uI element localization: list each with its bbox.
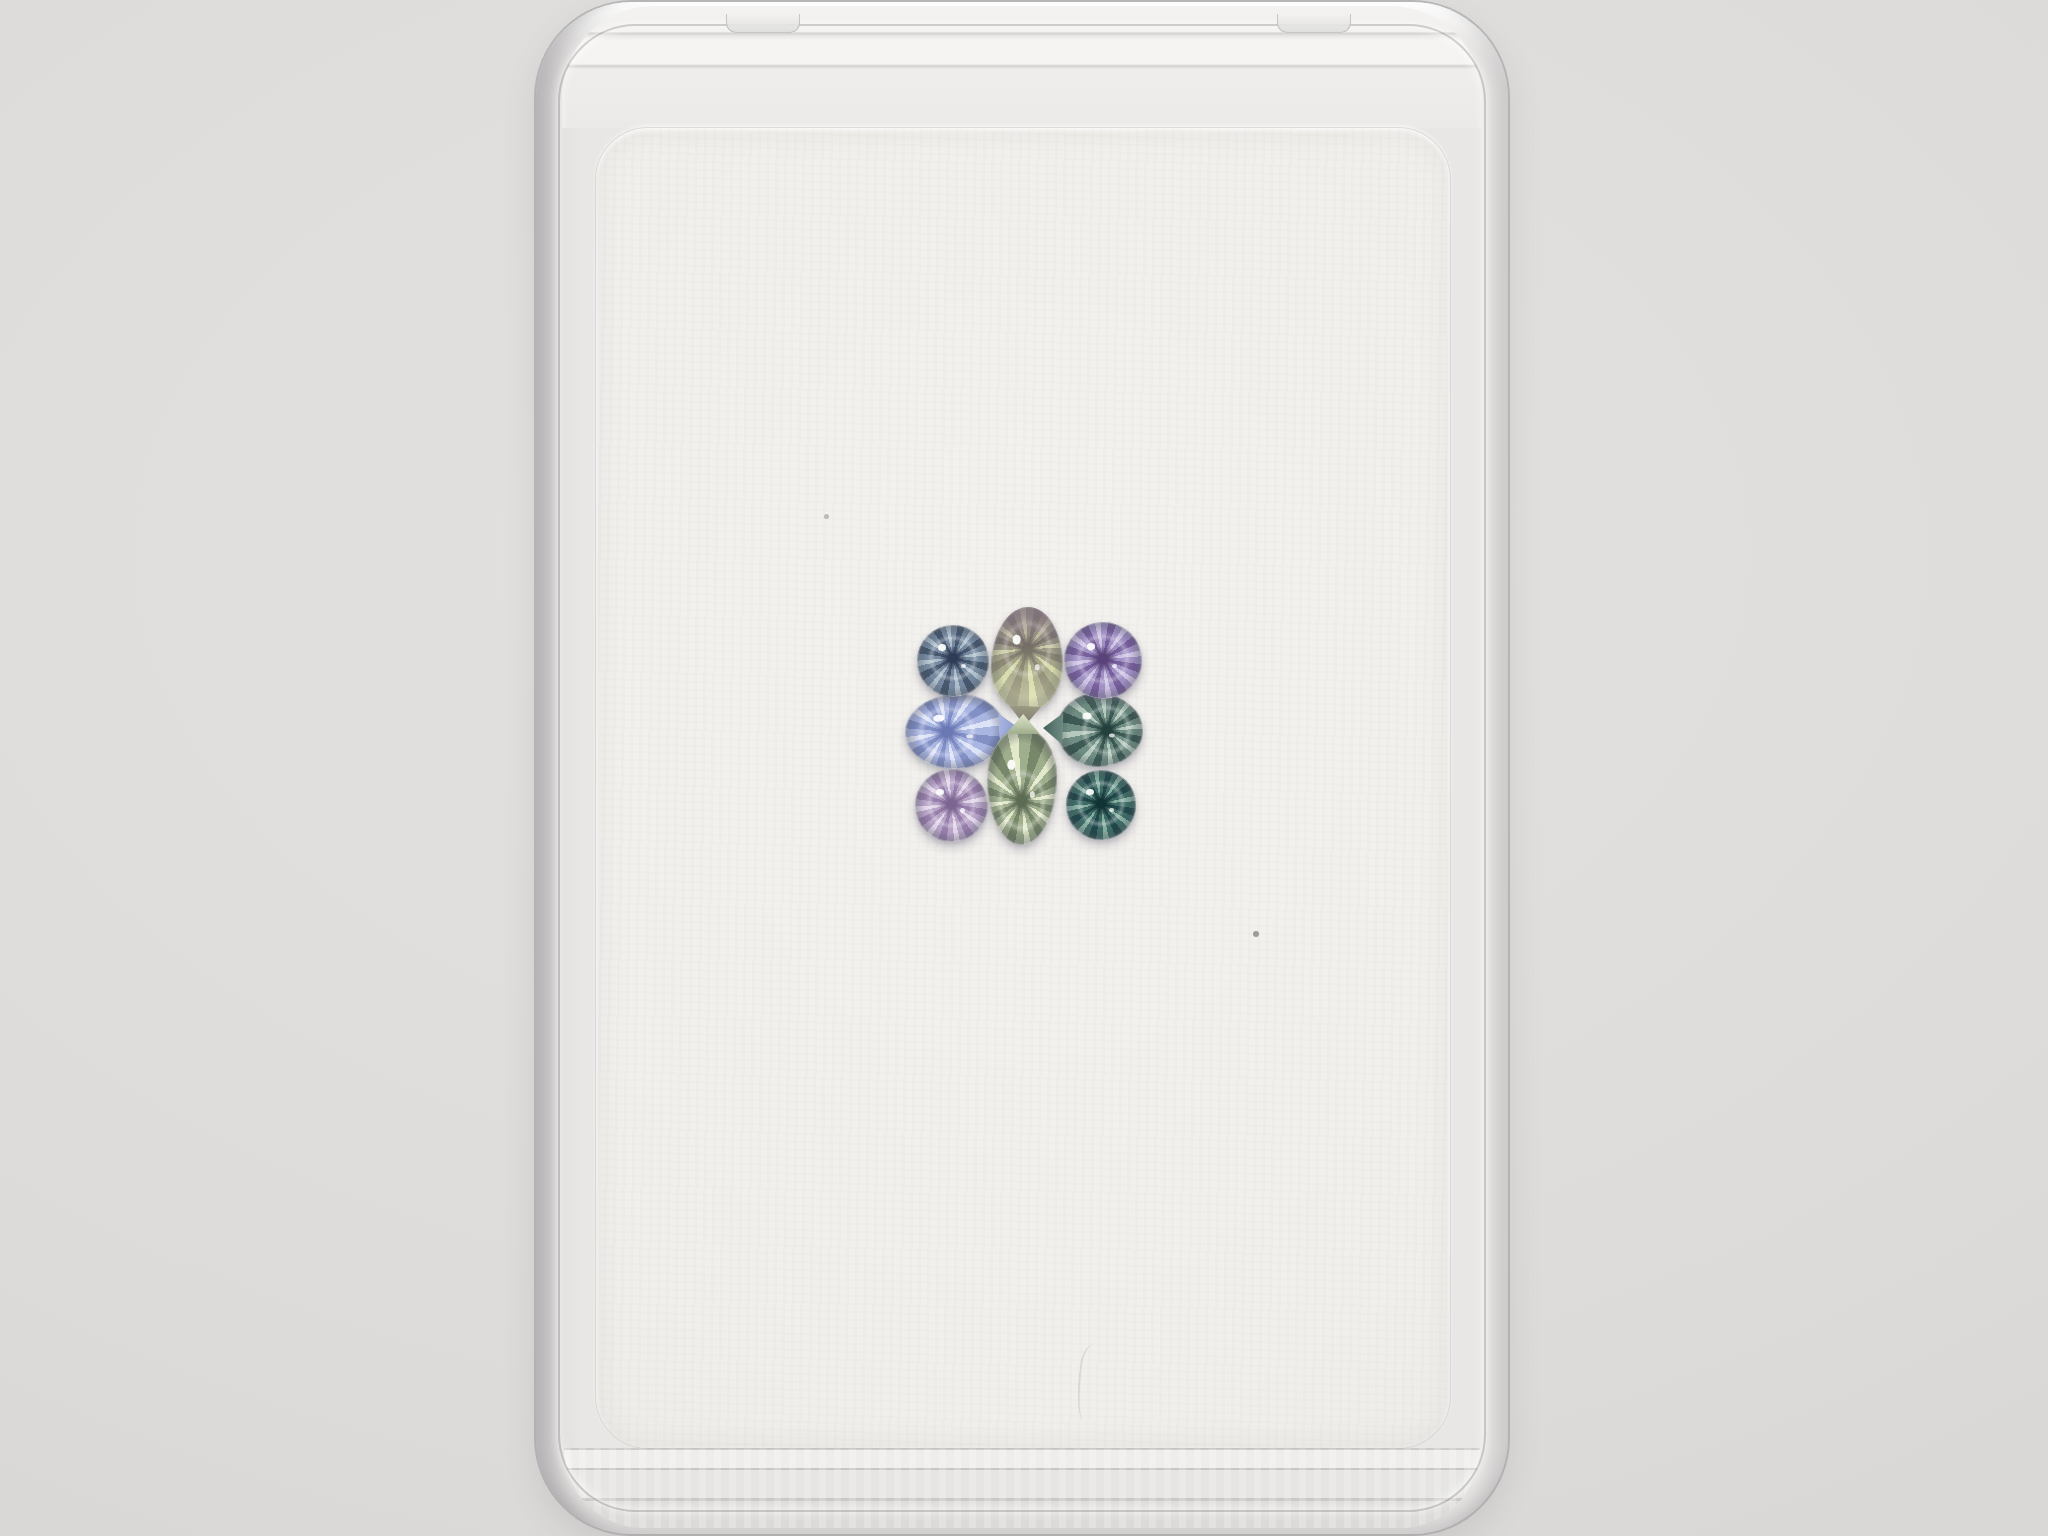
- gem-facet-glint: [936, 789, 944, 796]
- gem-facet-glint: [1008, 759, 1016, 770]
- gem-facet-glint: [961, 664, 966, 668]
- gem-facet-glint: [938, 644, 946, 650]
- gem-facet-glint: [1112, 664, 1117, 669]
- gem-facet-glint: [1012, 635, 1020, 645]
- gem-facet-glint: [1109, 808, 1114, 812]
- gem-facet-glint: [1035, 664, 1040, 670]
- photo-stage: Overhead macro photograph of eight loose…: [0, 0, 2048, 1536]
- gem-facet-glint: [1087, 643, 1096, 650]
- top-rim-tab-right: [1277, 14, 1351, 33]
- gem-facet-glint: [1082, 712, 1092, 719]
- dust-speck-upper-left: [824, 514, 829, 519]
- top-rim-tab-left: [726, 14, 800, 33]
- gem-facet-glint: [933, 715, 944, 722]
- gem-facet-glint: [1086, 789, 1094, 795]
- gem-facet-glint: [966, 734, 973, 739]
- gem-bottom-right: [1066, 770, 1136, 840]
- gem-facet-glint: [960, 808, 965, 812]
- dust-speck-right: [1253, 931, 1259, 937]
- gem-bottom-left: [915, 769, 988, 842]
- gem-facet-glint: [1109, 733, 1115, 738]
- gem-top-left: [917, 625, 989, 697]
- gem-top-right: [1064, 622, 1142, 699]
- gem-facet-glint: [1029, 791, 1034, 798]
